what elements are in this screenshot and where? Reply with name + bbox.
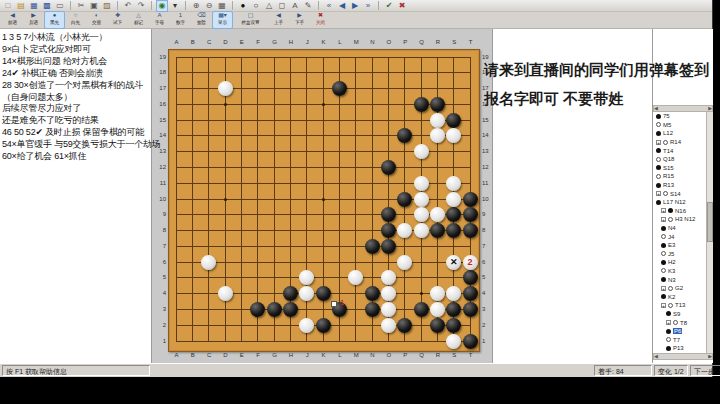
status-segment-3: 下一步: 82 [690, 365, 720, 376]
tree-node[interactable]: R13 [654, 181, 706, 190]
tree-node[interactable]: H2 [654, 258, 706, 267]
toolbar-separator [117, 1, 118, 10]
tree-node-label: S15 [663, 165, 674, 171]
tree-node-label: P6 [673, 328, 682, 334]
white-stone-icon [661, 234, 666, 239]
stone-white-J2 [299, 318, 314, 333]
tree-node-label: E3 [668, 242, 675, 248]
cut-icon[interactable]: ✂ [76, 1, 86, 11]
stone-black-H3 [283, 302, 298, 317]
white-stone-icon [663, 140, 668, 145]
coord-label-top: R [434, 39, 441, 46]
coord-label-left: 10 [154, 196, 166, 203]
black-stone-icon [656, 165, 661, 170]
toolbar-separator [378, 1, 379, 10]
black-stone-icon [656, 183, 661, 188]
coord-label-right: 2 [482, 322, 494, 329]
grid-line [339, 57, 340, 341]
white-stone-icon [663, 191, 668, 196]
stone-black-S2 [446, 318, 461, 333]
next-game-button[interactable]: ▶后谱 [24, 12, 43, 28]
black-stone-icon [656, 148, 661, 153]
coord-label-bottom: N [369, 352, 376, 359]
coord-label-bottom: A [173, 352, 180, 359]
star-point [322, 198, 325, 201]
tree-node[interactable]: +H3 N12 [654, 215, 706, 224]
tree-node[interactable]: K3 [654, 267, 706, 276]
stone-black-T1 [463, 334, 478, 349]
delete-icon[interactable]: ✖ [397, 1, 407, 11]
copy-icon[interactable]: ▣ [89, 1, 99, 11]
star-point [224, 103, 227, 106]
expand-icon[interactable]: + [661, 303, 666, 308]
tree-node[interactable]: J4 [654, 232, 706, 241]
coord-label-right: 14 [482, 132, 494, 139]
stone-white-Q9 [414, 207, 429, 222]
black-stone-icon[interactable]: ● [238, 1, 248, 11]
alternate-button[interactable]: ◐交替 [87, 12, 106, 28]
tree-node[interactable]: N4 [654, 224, 706, 233]
coord-label-right: 10 [482, 196, 494, 203]
paste-icon[interactable]: ▨ [102, 1, 112, 11]
variation-number-label: 1 [340, 299, 344, 306]
stone-white-O2 [381, 318, 396, 333]
tree-node-label: 75 [663, 113, 670, 119]
stone-white-Q10 [414, 192, 429, 207]
coord-label-right: 15 [482, 117, 494, 124]
tree-node[interactable]: +N16 [654, 207, 706, 216]
scrollbar-thumb[interactable] [707, 202, 713, 242]
tree-node[interactable]: L17 N12 [654, 198, 706, 207]
stone-white-P8 [397, 223, 412, 238]
toolbar-standard: □▤▦▩▭✂▣▨↶↷◉▾⊕⊖▦●○△◻A✎«◀▶»✔✖ [0, 0, 712, 12]
open-folder-icon[interactable]: ▤ [16, 1, 26, 11]
coord-label-bottom: B [189, 352, 196, 359]
coord-label-left: 3 [154, 306, 166, 313]
expand-icon[interactable]: + [656, 191, 661, 196]
mark-button-label: 标记 [130, 19, 147, 25]
coord-label-right: 3 [482, 306, 494, 313]
stone-white-D4 [218, 286, 233, 301]
white-stone-icon [668, 303, 673, 308]
letter-mark-icon[interactable]: A [290, 1, 300, 11]
coord-label-top: T [467, 39, 474, 46]
stone-white-J5 [299, 270, 314, 285]
tree-node-label: T13 [675, 302, 685, 308]
next-move-button[interactable]: ▶下手 [290, 12, 309, 28]
prev-move-button-label: 上手 [270, 19, 287, 25]
coord-label-left: 6 [154, 259, 166, 266]
expand-icon[interactable]: + [661, 208, 666, 213]
coord-label-left: 2 [154, 322, 166, 329]
first-move-icon[interactable]: « [324, 1, 334, 11]
white-stone-icon [656, 122, 661, 127]
stone-black-T8 [463, 223, 478, 238]
black-stone-icon [661, 277, 666, 282]
last-move-icon[interactable]: » [363, 1, 373, 11]
black-stone-icon [661, 260, 666, 265]
display-button[interactable]: ▦▾显示 [213, 12, 232, 28]
tree-node[interactable]: T14 [654, 146, 706, 155]
expand-icon[interactable]: + [666, 320, 671, 325]
white-stone-icon [656, 174, 661, 179]
screen: □▤▦▩▭✂▣▨↶↷◉▾⊕⊖▦●○△◻A✎«◀▶»✔✖ ◀前谱▶后谱●黑先○白先… [0, 0, 720, 404]
stone-black-K4 [316, 286, 331, 301]
black-first-button-icon: ● [45, 12, 64, 19]
coord-label-left: 8 [154, 227, 166, 234]
coord-label-left: 4 [154, 290, 166, 297]
tree-node[interactable]: +R14 [654, 138, 706, 147]
coord-label-left: 15 [154, 117, 166, 124]
redo-icon[interactable]: ↷ [136, 1, 146, 11]
tree-node-label: M5 [663, 122, 671, 128]
coord-label-top: A [173, 39, 180, 46]
tree-node[interactable]: +T13 [654, 301, 706, 310]
tree-node-label: T7 [673, 337, 680, 343]
coord-label-bottom: J [304, 352, 311, 359]
next-game-button-icon: ▶ [24, 12, 43, 19]
white-stone-icon [668, 286, 673, 291]
close-button-label: 关闭 [312, 19, 329, 25]
commentary-pane[interactable]: 1 3 5 7小林流（小林光一）9×白卜定式化应对即可14×棋形出问题 给对方机… [0, 29, 152, 363]
black-stone-icon [661, 294, 666, 299]
toolbar-separator [70, 1, 71, 10]
stone-white-S1 [446, 334, 461, 349]
expand-icon[interactable]: + [661, 286, 666, 291]
stone-white-Q8 [414, 223, 429, 238]
tree-node-label: H2 [668, 259, 676, 265]
zoom-out-icon[interactable]: ⊖ [204, 1, 214, 11]
coord-label-right: 8 [482, 227, 494, 234]
goban-grid: 1✕2 [176, 57, 470, 341]
coord-label-left: 5 [154, 274, 166, 281]
mark-button-icon: △ [129, 12, 148, 19]
square-mark-icon[interactable]: ◻ [277, 1, 287, 11]
coord-label-bottom: Q [418, 352, 425, 359]
black-first-button[interactable]: ●黑先 [45, 12, 64, 28]
tree-node[interactable]: P6 [654, 327, 706, 336]
coord-label-right: 6 [482, 259, 494, 266]
grid-line [176, 277, 470, 278]
coord-label-right: 13 [482, 148, 494, 155]
commentary-line: 60×给了机会 61×抓住 [2, 150, 86, 163]
stone-black-P14 [397, 128, 412, 143]
stone-black-F3 [250, 302, 265, 317]
tree-node-label: L17 N12 [663, 199, 686, 205]
main-area: 1 3 5 7小林流（小林光一）9×白卜定式化应对即可14×棋形出问题 给对方机… [0, 29, 712, 363]
stone-white-R14 [430, 128, 445, 143]
stone-black-N4 [365, 286, 380, 301]
stone-black-P10 [397, 192, 412, 207]
tree-node[interactable]: N3 [654, 275, 706, 284]
grid-line [176, 341, 470, 342]
number-button-label: 数字 [172, 19, 189, 25]
stone-black-L17 [332, 81, 347, 96]
dropdown-arrow-icon[interactable]: ▾ [170, 1, 180, 11]
tree-node[interactable]: S15 [654, 164, 706, 173]
black-stone-icon [656, 200, 661, 205]
stone-white-O4 [381, 286, 396, 301]
grid-line [355, 57, 356, 341]
coord-label-top: K [320, 39, 327, 46]
black-stone-icon [656, 114, 661, 119]
board-view-icon[interactable]: ◉ [157, 1, 167, 11]
white-first-button[interactable]: ○白先 [66, 12, 85, 28]
tree-node-label: R13 [663, 182, 674, 188]
coord-label-left: 18 [154, 69, 166, 76]
stone-black-T4 [463, 286, 478, 301]
stone-black-S3 [446, 302, 461, 317]
stone-black-S9 [446, 207, 461, 222]
toolbar-separator [185, 1, 186, 10]
save-all-icon[interactable]: ▩ [42, 1, 52, 11]
stone-black-N3 [365, 302, 380, 317]
coord-label-top: M [353, 39, 360, 46]
stone-black-K2 [316, 318, 331, 333]
coord-label-top: C [206, 39, 213, 46]
stone-black-R16 [430, 97, 445, 112]
tree-node-label: K3 [668, 268, 675, 274]
print-icon[interactable]: ▭ [55, 1, 65, 11]
tree-vscrollbar[interactable] [706, 112, 713, 353]
coord-label-top: S [451, 39, 458, 46]
stone-white-S14 [446, 128, 461, 143]
status-help-text: 按 F1 获取帮助信息 [2, 365, 150, 376]
stone-black-O12 [381, 160, 396, 175]
black-stone-icon [666, 346, 671, 351]
triangle-mark-icon[interactable]: △ [264, 1, 274, 11]
board-size-icon[interactable]: ▦ [217, 1, 227, 11]
white-stone-icon [666, 337, 671, 342]
close-button-icon: ✖ [311, 12, 330, 19]
stone-white-J4 [299, 286, 314, 301]
tree-node[interactable]: Q18 [654, 155, 706, 164]
tree-node-label: N4 [668, 225, 676, 231]
star-point [322, 103, 325, 106]
tree-node[interactable]: K2 [654, 292, 706, 301]
coord-label-bottom: L [336, 352, 343, 359]
tree-node[interactable]: L12 [654, 129, 706, 138]
black-stone-icon [661, 226, 666, 231]
tree-node[interactable]: T7 [654, 335, 706, 344]
coord-label-bottom: G [271, 352, 278, 359]
tree-node-label: T8 [680, 320, 687, 326]
scroll-left-icon[interactable]: ◀ [654, 354, 658, 359]
stone-white-S4 [446, 286, 461, 301]
save-icon[interactable]: ▦ [29, 1, 39, 11]
tree-node-label: R14 [670, 139, 681, 145]
coord-label-top: H [287, 39, 294, 46]
stone-black-P2 [397, 318, 412, 333]
tree-node[interactable]: J5 [654, 250, 706, 259]
coord-label-left: 17 [154, 85, 166, 92]
coord-label-right: 1 [482, 338, 494, 345]
tree-node-label: T14 [663, 148, 673, 154]
number-button-icon: 1 [171, 12, 190, 19]
star-point [420, 292, 423, 295]
board-pane[interactable]: 1✕2AABBCCDDEEFFGGHHJJKKLLMMNNOOPPQQRRSST… [152, 29, 492, 363]
mark-button[interactable]: △标记 [129, 12, 148, 28]
tree-node[interactable]: P13 [654, 344, 706, 353]
caption-line2: 报名字即可 不要带姓 [484, 84, 709, 113]
prev-game-button-label: 前谱 [4, 19, 21, 25]
stone-white-S11 [446, 176, 461, 191]
new-file-icon[interactable]: □ [3, 1, 13, 11]
white-first-button-icon: ○ [66, 12, 85, 19]
coord-label-right: 4 [482, 290, 494, 297]
last-move-x-mark: ✕ [446, 255, 461, 270]
coord-label-right: 5 [482, 274, 494, 281]
coord-label-bottom: P [402, 352, 409, 359]
coord-label-bottom: M [353, 352, 360, 359]
status-segment-2: 变化 1/2 [654, 365, 688, 376]
zoom-in-icon[interactable]: ⊕ [191, 1, 201, 11]
display-button-label: 显示 [214, 19, 231, 25]
app-window: □▤▦▩▭✂▣▨↶↷◉▾⊕⊖▦●○△◻A✎«◀▶»✔✖ ◀前谱▶后谱●黑先○白先… [0, 0, 713, 377]
stone-white-P6 [397, 255, 412, 270]
toolbar-go: ◀前谱▶后谱●黑先○白先◐交替✚试下△标记A字母1数字⌫擦除▦▾显示▢棋盘设置◀… [0, 12, 712, 29]
tree-node[interactable]: +S14 [654, 189, 706, 198]
black-stone-icon [661, 243, 666, 248]
black-stone-icon [666, 329, 671, 334]
stone-white-R9 [430, 207, 445, 222]
stone-white-O3 [381, 302, 396, 317]
tree-node-label: J4 [668, 234, 674, 240]
try-move-button[interactable]: ✚试下 [108, 12, 127, 28]
coord-label-top: L [336, 39, 343, 46]
tree-node[interactable]: E3 [654, 241, 706, 250]
coord-label-bottom: H [287, 352, 294, 359]
stone-white-R15 [430, 113, 445, 128]
tree-node[interactable]: R15 [654, 172, 706, 181]
black-stone-icon [656, 131, 661, 136]
coord-label-bottom: K [320, 352, 327, 359]
tree-node[interactable]: M5 [654, 121, 706, 130]
coord-label-top: E [238, 39, 245, 46]
prev-move-button-icon: ◀ [269, 12, 288, 19]
tree-node[interactable]: +T8 [654, 318, 706, 327]
stone-black-O9 [381, 207, 396, 222]
white-stone-icon [661, 268, 666, 273]
close-button[interactable]: ✖关闭 [311, 12, 330, 28]
tree-node-label: J5 [668, 251, 674, 257]
black-first-button-label: 黑先 [46, 19, 63, 25]
grid-line [176, 262, 470, 263]
status-bar: 按 F1 获取帮助信息着手: 84变化 1/2下一步: 82 [0, 363, 712, 377]
number-button[interactable]: 1数字 [171, 12, 190, 28]
tree-node[interactable]: S9 [654, 310, 706, 319]
stone-white-C6 [201, 255, 216, 270]
check-icon[interactable]: ✔ [384, 1, 394, 11]
prev-move-button[interactable]: ◀上手 [269, 12, 288, 28]
board-setup-button-icon: ▢ [234, 12, 267, 19]
next-move-button-icon: ▶ [290, 12, 309, 19]
star-point [224, 198, 227, 201]
stone-white-M5 [348, 270, 363, 285]
coord-label-bottom: T [467, 352, 474, 359]
next-game-button-label: 后谱 [25, 19, 42, 25]
coord-label-bottom: C [206, 352, 213, 359]
tree-node[interactable]: 75 [654, 112, 706, 121]
white-stone-icon[interactable]: ○ [251, 1, 261, 11]
coord-label-left: 19 [154, 54, 166, 61]
coord-label-top: F [255, 39, 262, 46]
toolbar-separator [151, 1, 152, 10]
coord-label-top: Q [418, 39, 425, 46]
letter-button-icon: A [150, 12, 169, 19]
expand-icon[interactable]: + [661, 217, 666, 222]
tree-node[interactable]: +G2 [654, 284, 706, 293]
tree-hscrollbar-bottom[interactable]: ◀▶ [653, 353, 713, 360]
tree-items: 75M5L12+R14T14Q18S15R15R13+S14L17 N12+N1… [654, 112, 706, 353]
prev-game-button[interactable]: ◀前谱 [3, 12, 22, 28]
stone-black-Q3 [414, 302, 429, 317]
letter-button-label: 字母 [151, 19, 168, 25]
alternate-button-icon: ◐ [87, 12, 106, 19]
coord-label-bottom: R [434, 352, 441, 359]
undo-icon[interactable]: ↶ [123, 1, 133, 11]
prev-move-icon[interactable]: ◀ [337, 1, 347, 11]
stone-black-N7 [365, 239, 380, 254]
stone-white-O5 [381, 270, 396, 285]
next-move-icon[interactable]: ▶ [350, 1, 360, 11]
stone-white-R4 [430, 286, 445, 301]
stone-white-S10 [446, 192, 461, 207]
white-stone-icon [656, 157, 661, 162]
tree-node-label: N3 [668, 277, 676, 283]
coord-label-bottom: S [451, 352, 458, 359]
try-move-button-icon: ✚ [108, 12, 127, 19]
stone-white-D17 [218, 81, 233, 96]
caption-line1: 请来到直播间的同学们用弹幕签到 [484, 55, 709, 84]
next-move-button-label: 下手 [291, 19, 308, 25]
board-setup-button-label: 棋盘设置 [235, 19, 265, 25]
erase-button[interactable]: ⌫擦除 [192, 12, 211, 28]
coord-label-right: 7 [482, 243, 494, 250]
coord-label-bottom: D [222, 352, 229, 359]
stone-black-T9 [463, 207, 478, 222]
stone-black-T3 [463, 302, 478, 317]
stone-black-O8 [381, 223, 396, 238]
stone-black-O7 [381, 239, 396, 254]
stone-black-H4 [283, 286, 298, 301]
variation-number-label: 2 [463, 255, 478, 270]
coord-label-top: D [222, 39, 229, 46]
coord-label-left: 7 [154, 243, 166, 250]
tree-node-label: N16 [675, 208, 686, 214]
expand-icon[interactable]: + [656, 140, 661, 145]
try-move-button-label: 试下 [109, 19, 126, 25]
stream-caption: 请来到直播间的同学们用弹幕签到 报名字即可 不要带姓 [484, 55, 709, 113]
black-stone-icon [668, 208, 673, 213]
status-segment-1: 着手: 84 [594, 365, 652, 376]
scroll-right-icon[interactable]: ▶ [708, 354, 712, 359]
tree-node-label: S9 [673, 311, 680, 317]
letter-button[interactable]: A字母 [150, 12, 169, 28]
coord-label-right: 12 [482, 164, 494, 171]
pencil-icon[interactable]: ✎ [303, 1, 313, 11]
coord-label-left: 1 [154, 338, 166, 345]
black-stone-icon [666, 311, 671, 316]
grid-line [176, 246, 470, 247]
stone-white-R3 [430, 302, 445, 317]
board-setup-button[interactable]: ▢棋盘设置 [234, 12, 267, 28]
coord-label-bottom: O [385, 352, 392, 359]
coord-label-right: 9 [482, 211, 494, 218]
tree-node-label: K2 [668, 294, 675, 300]
erase-button-icon: ⌫ [192, 12, 211, 19]
display-button-icon: ▦▾ [213, 12, 232, 19]
